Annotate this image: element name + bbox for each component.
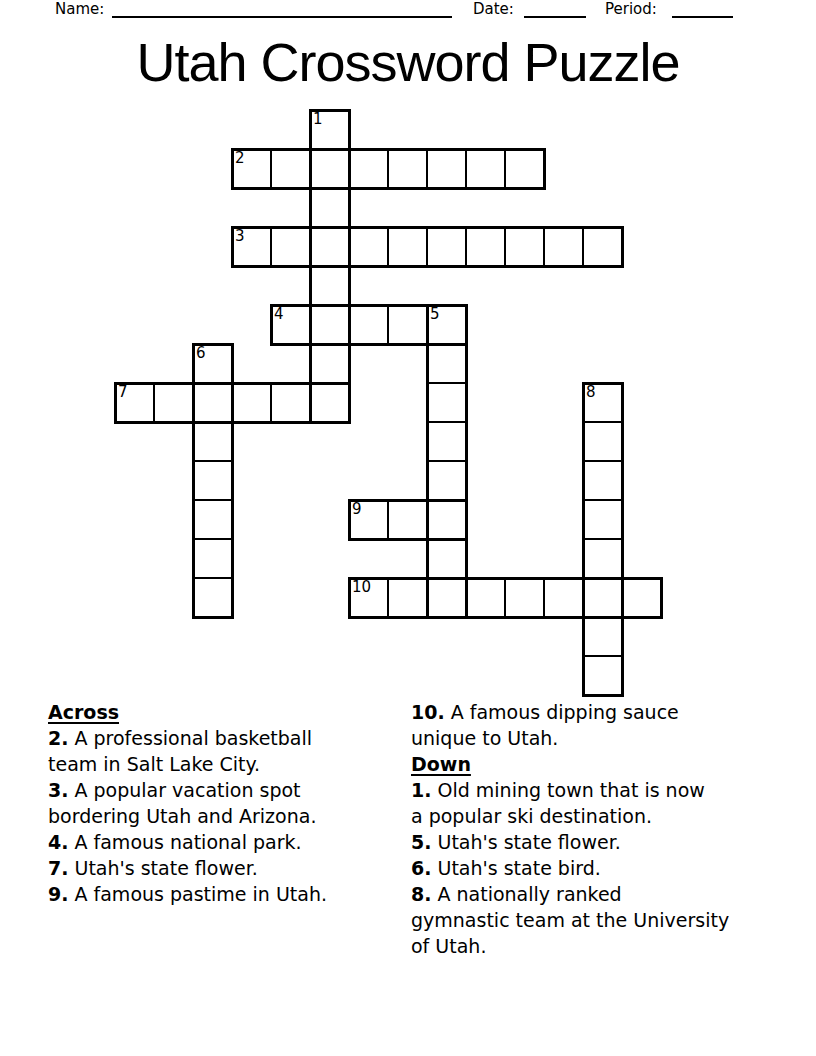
grid-cell-r10c8[interactable] bbox=[427, 500, 466, 539]
grid-cell-r3c7[interactable] bbox=[388, 227, 427, 266]
period-blank-line[interactable] bbox=[672, 16, 733, 18]
grid-cell-r8c8[interactable] bbox=[427, 422, 466, 461]
grid-cell-r0c5[interactable] bbox=[310, 110, 349, 149]
grid-cell-r12c10[interactable] bbox=[505, 578, 544, 617]
grid-cell-r5c6[interactable] bbox=[349, 305, 388, 344]
clue-line: 3. A popular vacation spot bbox=[48, 777, 327, 803]
grid-cell-r10c6[interactable] bbox=[349, 500, 388, 539]
grid-cell-r11c12[interactable] bbox=[583, 539, 622, 578]
grid-cell-r11c8[interactable] bbox=[427, 539, 466, 578]
clue-line: 6. Utah's state bird. bbox=[411, 855, 729, 881]
grid-cell-r7c5[interactable] bbox=[310, 383, 349, 422]
date-label: Date: bbox=[473, 2, 514, 17]
date-blank-line[interactable] bbox=[524, 16, 586, 18]
grid-cell-r4c5[interactable] bbox=[310, 266, 349, 305]
grid-cell-r7c3[interactable] bbox=[232, 383, 271, 422]
grid-cell-r1c10[interactable] bbox=[505, 149, 544, 188]
grid-cell-r1c6[interactable] bbox=[349, 149, 388, 188]
grid-cell-r12c11[interactable] bbox=[544, 578, 583, 617]
grid-cell-r6c5[interactable] bbox=[310, 344, 349, 383]
grid-cell-r10c12[interactable] bbox=[583, 500, 622, 539]
grid-cell-r1c3[interactable] bbox=[232, 149, 271, 188]
grid-cell-r2c5[interactable] bbox=[310, 188, 349, 227]
grid-cell-r6c8[interactable] bbox=[427, 344, 466, 383]
grid-cell-r1c7[interactable] bbox=[388, 149, 427, 188]
grid-cell-r9c8[interactable] bbox=[427, 461, 466, 500]
grid-cell-r12c2[interactable] bbox=[193, 578, 232, 617]
grid-cell-r8c12[interactable] bbox=[583, 422, 622, 461]
grid-cell-r5c5[interactable] bbox=[310, 305, 349, 344]
name-blank-line[interactable] bbox=[112, 16, 452, 18]
grid-cell-r3c8[interactable] bbox=[427, 227, 466, 266]
grid-cell-r8c2[interactable] bbox=[193, 422, 232, 461]
across-heading: Across bbox=[48, 699, 327, 725]
grid-cell-r12c13[interactable] bbox=[622, 578, 661, 617]
grid-cell-r12c7[interactable] bbox=[388, 578, 427, 617]
across-clues-column: Across2. A professional basketballteam i… bbox=[48, 699, 327, 907]
clue-line: bordering Utah and Arizona. bbox=[48, 803, 327, 829]
grid-cell-r3c3[interactable] bbox=[232, 227, 271, 266]
grid-cell-r12c6[interactable] bbox=[349, 578, 388, 617]
grid-cell-r1c5[interactable] bbox=[310, 149, 349, 188]
grid-cell-r12c9[interactable] bbox=[466, 578, 505, 617]
grid-cell-r7c4[interactable] bbox=[271, 383, 310, 422]
period-label: Period: bbox=[605, 2, 657, 17]
clue-line: unique to Utah. bbox=[411, 725, 729, 751]
grid-cell-r6c2[interactable] bbox=[193, 344, 232, 383]
clue-line: 2. A professional basketball bbox=[48, 725, 327, 751]
grid-cell-r3c10[interactable] bbox=[505, 227, 544, 266]
clue-line: team in Salt Lake City. bbox=[48, 751, 327, 777]
grid-cell-r7c8[interactable] bbox=[427, 383, 466, 422]
clue-line: 4. A famous national park. bbox=[48, 829, 327, 855]
grid-cell-r12c8[interactable] bbox=[427, 578, 466, 617]
clue-line: 7. Utah's state flower. bbox=[48, 855, 327, 881]
name-label: Name: bbox=[55, 2, 104, 17]
grid-cell-r3c6[interactable] bbox=[349, 227, 388, 266]
grid-cell-r9c12[interactable] bbox=[583, 461, 622, 500]
grid-cell-r14c12[interactable] bbox=[583, 656, 622, 695]
grid-cell-r7c12[interactable] bbox=[583, 383, 622, 422]
clue-line: 1. Old mining town that is now bbox=[411, 777, 729, 803]
grid-cell-r12c12[interactable] bbox=[583, 578, 622, 617]
grid-cell-r5c8[interactable] bbox=[427, 305, 466, 344]
grid-cell-r7c1[interactable] bbox=[154, 383, 193, 422]
grid-cell-r3c9[interactable] bbox=[466, 227, 505, 266]
grid-cell-r1c4[interactable] bbox=[271, 149, 310, 188]
grid-cell-r1c9[interactable] bbox=[466, 149, 505, 188]
grid-cell-r3c11[interactable] bbox=[544, 227, 583, 266]
grid-cell-r7c2[interactable] bbox=[193, 383, 232, 422]
grid-cell-r3c4[interactable] bbox=[271, 227, 310, 266]
grid-cell-r7c0[interactable] bbox=[115, 383, 154, 422]
down-heading: Down bbox=[411, 751, 729, 777]
grid-cell-r13c12[interactable] bbox=[583, 617, 622, 656]
clue-line: of Utah. bbox=[411, 933, 729, 959]
grid-cell-r5c4[interactable] bbox=[271, 305, 310, 344]
grid-cell-r10c7[interactable] bbox=[388, 500, 427, 539]
clue-line: 9. A famous pastime in Utah. bbox=[48, 881, 327, 907]
clue-line: a popular ski destination. bbox=[411, 803, 729, 829]
grid-cell-r9c2[interactable] bbox=[193, 461, 232, 500]
grid-cell-r3c12[interactable] bbox=[583, 227, 622, 266]
grid-cell-r11c2[interactable] bbox=[193, 539, 232, 578]
clue-line: 5. Utah's state flower. bbox=[411, 829, 729, 855]
grid-cell-r5c7[interactable] bbox=[388, 305, 427, 344]
grid-cell-r10c2[interactable] bbox=[193, 500, 232, 539]
page-title: Utah Crossword Puzzle bbox=[0, 31, 816, 93]
grid-cell-r3c5[interactable] bbox=[310, 227, 349, 266]
clue-line: gymnastic team at the University bbox=[411, 907, 729, 933]
clue-line: 8. A nationally ranked bbox=[411, 881, 729, 907]
clue-line: 10. A famous dipping sauce bbox=[411, 699, 729, 725]
crossword-grid: 12345678910 bbox=[115, 110, 661, 695]
worksheet-page: Name: Date: Period: Utah Crossword Puzzl… bbox=[0, 0, 816, 1056]
down-clues-column: 10. A famous dipping sauceunique to Utah… bbox=[411, 699, 729, 959]
grid-cell-r1c8[interactable] bbox=[427, 149, 466, 188]
